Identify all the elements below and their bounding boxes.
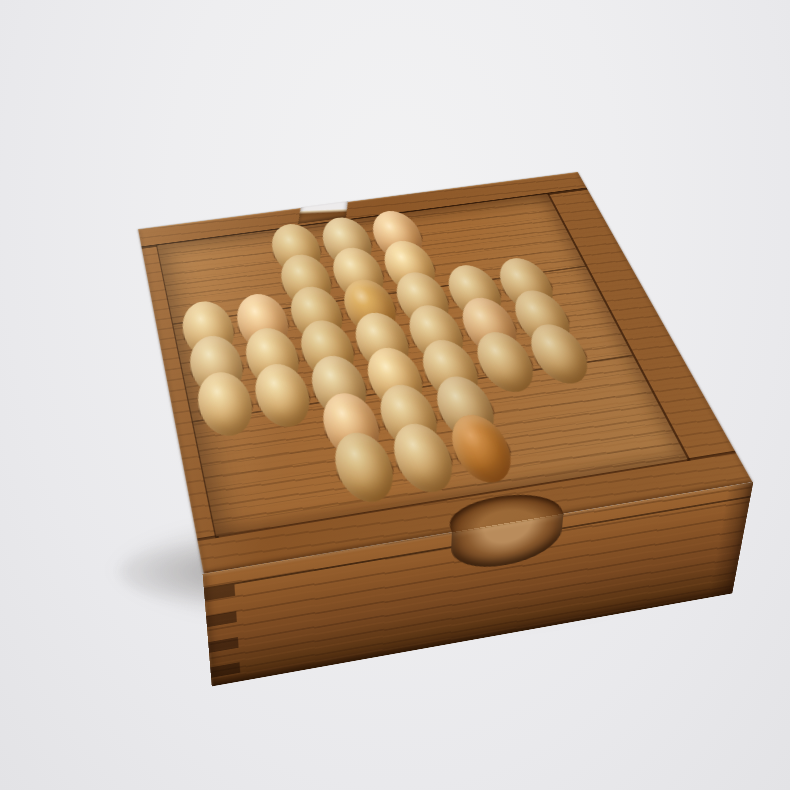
dovetail-joint-left	[202, 569, 240, 687]
board-cell	[403, 314, 471, 357]
rim-groove-left	[156, 244, 219, 538]
board-cell-offboard	[269, 452, 341, 505]
board-cell	[285, 295, 349, 337]
peg-ball[interactable]	[249, 361, 317, 431]
board-cell	[379, 249, 443, 288]
playing-field	[157, 194, 687, 536]
board-hole	[512, 302, 577, 342]
board-cell	[417, 349, 487, 394]
board-cell	[249, 374, 316, 421]
board-cell	[276, 263, 339, 303]
peg-ball[interactable]	[491, 255, 562, 315]
board-cell	[240, 337, 305, 382]
peg-ball[interactable]	[360, 345, 432, 413]
board-cell-offboard	[417, 212, 480, 249]
board-cell	[509, 299, 578, 341]
board-cell	[445, 425, 519, 476]
board-cell	[317, 403, 387, 452]
peg-ball[interactable]	[366, 208, 430, 263]
board-cell	[232, 303, 296, 345]
board-cell	[306, 365, 374, 412]
peg-ball[interactable]	[522, 321, 598, 387]
peg-ball[interactable]	[326, 245, 391, 304]
board-hole	[298, 332, 360, 374]
plank-seam	[193, 354, 633, 422]
board-hole	[269, 234, 326, 270]
board-cell	[362, 357, 431, 403]
board-cell-offboard	[259, 412, 329, 462]
board-hole	[433, 389, 501, 434]
board-cell-offboard	[541, 370, 614, 417]
board-hole	[234, 305, 294, 345]
peg-ball[interactable]	[240, 325, 306, 391]
board-cell-offboard	[502, 416, 577, 466]
board-cell-offboard	[429, 242, 493, 281]
board-cell	[367, 219, 429, 256]
board-cell-offboard	[480, 235, 545, 273]
board-hole	[319, 406, 385, 452]
board-hole	[352, 324, 415, 365]
peg-ball[interactable]	[284, 284, 349, 346]
board-cell-offboard	[201, 421, 270, 471]
board-hole	[187, 348, 248, 391]
board-hole	[288, 298, 349, 338]
board-hole	[419, 352, 485, 395]
board-hole	[448, 428, 518, 476]
product-photo-background	[0, 0, 790, 790]
board-hole	[474, 344, 540, 386]
board-cell	[338, 288, 403, 329]
board-cell	[391, 281, 457, 322]
board-cell-offboard	[209, 462, 280, 515]
board-cell	[456, 307, 524, 350]
board-cell	[350, 322, 417, 366]
peg-ball[interactable]	[440, 262, 510, 322]
peg-ball[interactable]	[414, 337, 487, 405]
board-cell	[329, 443, 402, 495]
board-cell	[327, 256, 390, 295]
back-rim-notch	[298, 201, 348, 223]
board-hole	[496, 269, 559, 307]
peg-ball[interactable]	[428, 373, 504, 444]
peg-ball[interactable]	[185, 333, 249, 400]
board-cell	[387, 434, 461, 485]
board-cell-offboard	[559, 408, 635, 457]
peg-ball[interactable]	[275, 252, 339, 311]
board-hole	[406, 317, 470, 358]
board-hole	[364, 360, 429, 403]
peg-ball[interactable]	[266, 221, 328, 277]
endgrain-right	[708, 482, 753, 598]
board-cell	[525, 333, 596, 377]
board-hole	[195, 385, 258, 430]
board-hole	[243, 340, 305, 382]
board-hole	[180, 313, 239, 353]
peg-ball[interactable]	[178, 298, 240, 362]
board-hole	[390, 437, 459, 485]
rim-groove-right	[546, 193, 691, 462]
peg-ball[interactable]	[377, 238, 443, 296]
board-hole	[341, 290, 402, 329]
peg-ball[interactable]	[305, 353, 375, 422]
peg-ball[interactable]	[192, 369, 258, 440]
board-hole	[308, 368, 372, 412]
board-cell-offboard	[216, 239, 276, 277]
peg-board-grid	[164, 206, 635, 515]
peg-ball[interactable]	[294, 317, 362, 383]
board-cell	[494, 266, 561, 306]
board-hole	[527, 336, 594, 378]
board-cell-offboard	[486, 378, 559, 425]
peg-ball[interactable]	[506, 287, 580, 350]
board-cell-offboard	[466, 206, 529, 242]
peg-ball[interactable]	[372, 381, 446, 453]
solitaire-box	[138, 172, 752, 574]
board-cell	[443, 274, 509, 315]
peg-ball[interactable]	[316, 215, 379, 271]
peg-ball[interactable]	[468, 329, 543, 396]
peg-ball[interactable]	[443, 411, 522, 486]
board-hole	[393, 283, 455, 322]
peg-ball[interactable]	[231, 291, 295, 354]
peg-ball[interactable]	[454, 295, 526, 358]
board-hole	[252, 376, 315, 420]
board-cell	[317, 225, 378, 263]
plank-seam	[173, 266, 586, 325]
peg-ball[interactable]	[316, 390, 388, 463]
board-cell	[295, 329, 361, 373]
board-hole	[331, 446, 399, 495]
board-hole	[459, 309, 523, 349]
board-cell-offboard	[164, 245, 224, 284]
board-cell-offboard	[223, 270, 285, 310]
board-cell	[374, 395, 445, 444]
board-cell	[431, 386, 503, 434]
peg-ball[interactable]	[401, 302, 472, 366]
board-hole	[370, 221, 428, 256]
board-hole	[377, 398, 444, 444]
peg-ball[interactable]	[348, 310, 417, 375]
board-cell-offboard	[170, 277, 231, 318]
board-hole	[381, 251, 441, 288]
peg-ball[interactable]	[385, 420, 462, 496]
board-cell	[192, 382, 259, 430]
board-hole	[445, 276, 507, 314]
board-cell	[267, 232, 328, 270]
board-hole	[330, 258, 389, 295]
board-hole	[278, 265, 337, 303]
peg-ball[interactable]	[337, 276, 404, 338]
board-cell	[177, 310, 240, 353]
peg-ball[interactable]	[389, 269, 458, 330]
board-cell	[185, 345, 250, 390]
board-hole	[319, 227, 377, 262]
peg-ball[interactable]	[327, 429, 402, 506]
board-cell	[471, 341, 541, 386]
